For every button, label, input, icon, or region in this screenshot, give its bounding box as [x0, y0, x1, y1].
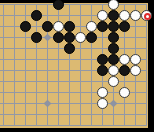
intersection[interactable]: [42, 120, 53, 131]
intersection[interactable]: [141, 43, 152, 54]
intersection[interactable]: [31, 10, 42, 21]
intersection[interactable]: [130, 98, 141, 109]
grid-line-horizontal: [97, 81, 108, 82]
grid-line-horizontal: [64, 81, 75, 82]
intersection[interactable]: [119, 76, 130, 87]
intersection[interactable]: [31, 98, 42, 109]
intersection[interactable]: [75, 32, 86, 43]
goban-grid[interactable]: [0, 0, 152, 131]
intersection[interactable]: [141, 76, 152, 87]
intersection[interactable]: [141, 109, 152, 120]
black-stone: [108, 21, 119, 32]
intersection[interactable]: [130, 109, 141, 120]
intersection[interactable]: [20, 65, 31, 76]
grid-line-horizontal: [31, 70, 42, 71]
intersection[interactable]: [108, 109, 119, 120]
black-stone: [31, 32, 42, 43]
grid-line-horizontal: [130, 103, 141, 104]
grid-line-horizontal: [0, 92, 9, 93]
grid-line-horizontal: [42, 70, 53, 71]
intersection[interactable]: [86, 87, 97, 98]
intersection[interactable]: [119, 120, 130, 131]
intersection[interactable]: [42, 43, 53, 54]
intersection[interactable]: [64, 65, 75, 76]
intersection[interactable]: [0, 10, 9, 21]
intersection[interactable]: [108, 120, 119, 131]
grid-line-horizontal: [141, 125, 147, 126]
grid-line-horizontal: [75, 125, 86, 126]
grid-line-horizontal: [119, 37, 130, 38]
grid-line-horizontal: [75, 15, 86, 16]
grid-line-horizontal: [119, 48, 130, 49]
grid-line-horizontal: [20, 4, 31, 5]
grid-line-horizontal: [53, 81, 64, 82]
star-point: [43, 33, 51, 41]
intersection[interactable]: [0, 87, 9, 98]
intersection[interactable]: [75, 10, 86, 21]
grid-line-horizontal: [53, 70, 64, 71]
white-stone: [97, 10, 108, 21]
intersection[interactable]: [97, 10, 108, 21]
intersection[interactable]: [31, 54, 42, 65]
intersection[interactable]: [20, 10, 31, 21]
intersection[interactable]: [141, 32, 152, 43]
grid-line-horizontal: [42, 92, 53, 93]
grid-line-horizontal: [9, 15, 20, 16]
grid-line-horizontal: [31, 4, 42, 5]
intersection[interactable]: [141, 65, 152, 76]
intersection[interactable]: [9, 87, 20, 98]
intersection[interactable]: [86, 109, 97, 120]
grid-line-horizontal: [97, 37, 108, 38]
black-stone: [53, 32, 64, 43]
grid-line-horizontal: [0, 4, 9, 5]
intersection[interactable]: [0, 43, 9, 54]
intersection[interactable]: [108, 32, 119, 43]
grid-line-horizontal: [86, 4, 97, 5]
intersection[interactable]: [86, 0, 97, 10]
intersection[interactable]: [20, 0, 31, 10]
intersection[interactable]: [53, 21, 64, 32]
intersection[interactable]: [9, 98, 20, 109]
intersection[interactable]: [0, 21, 9, 32]
grid-line-horizontal: [42, 15, 53, 16]
white-stone: [97, 98, 108, 109]
intersection[interactable]: [42, 109, 53, 120]
intersection[interactable]: [141, 87, 152, 98]
grid-line-horizontal: [130, 4, 141, 5]
intersection[interactable]: [130, 0, 141, 10]
star-point: [109, 99, 117, 107]
intersection[interactable]: [97, 0, 108, 10]
white-stone: [119, 54, 130, 65]
intersection[interactable]: [20, 43, 31, 54]
grid-line-horizontal: [108, 92, 119, 93]
intersection[interactable]: [97, 109, 108, 120]
grid-line-horizontal: [141, 4, 147, 5]
grid-line-horizontal: [0, 37, 9, 38]
grid-line-horizontal: [42, 114, 53, 115]
grid-line-horizontal: [130, 125, 141, 126]
intersection[interactable]: [53, 65, 64, 76]
black-stone: [108, 32, 119, 43]
grid-line-horizontal: [20, 15, 31, 16]
intersection[interactable]: [20, 54, 31, 65]
grid-line-horizontal: [42, 48, 53, 49]
intersection[interactable]: [119, 43, 130, 54]
grid-line-horizontal: [141, 48, 147, 49]
white-stone: [86, 21, 97, 32]
intersection[interactable]: [75, 109, 86, 120]
intersection[interactable]: [31, 76, 42, 87]
intersection[interactable]: [108, 54, 119, 65]
intersection[interactable]: [42, 0, 53, 10]
intersection[interactable]: [64, 0, 75, 10]
white-stone: [130, 65, 141, 76]
black-stone: [97, 65, 108, 76]
grid-line-horizontal: [9, 4, 20, 5]
intersection[interactable]: [119, 10, 130, 21]
intersection[interactable]: [97, 43, 108, 54]
grid-line-horizontal: [9, 70, 20, 71]
intersection[interactable]: [130, 65, 141, 76]
grid-line-horizontal: [130, 92, 141, 93]
intersection[interactable]: [53, 109, 64, 120]
grid-line-horizontal: [20, 37, 31, 38]
intersection[interactable]: [64, 87, 75, 98]
intersection[interactable]: [130, 87, 141, 98]
white-stone: [75, 32, 86, 43]
intersection[interactable]: [20, 98, 31, 109]
black-stone: [97, 21, 108, 32]
grid-line-horizontal: [75, 70, 86, 71]
intersection[interactable]: [86, 65, 97, 76]
intersection[interactable]: [108, 76, 119, 87]
grid-line-horizontal: [53, 59, 64, 60]
intersection[interactable]: [0, 109, 9, 120]
intersection[interactable]: [119, 87, 130, 98]
grid-line-horizontal: [119, 81, 130, 82]
grid-line-horizontal: [75, 114, 86, 115]
intersection[interactable]: [64, 98, 75, 109]
black-stone: [108, 43, 119, 54]
grid-line-horizontal: [53, 48, 64, 49]
intersection[interactable]: [86, 43, 97, 54]
intersection[interactable]: [53, 98, 64, 109]
intersection[interactable]: [42, 32, 53, 43]
white-stone: [97, 87, 108, 98]
intersection[interactable]: [86, 21, 97, 32]
grid-line-horizontal: [53, 15, 64, 16]
intersection[interactable]: [42, 87, 53, 98]
white-stone: [108, 0, 119, 10]
intersection[interactable]: [64, 21, 75, 32]
grid-line-horizontal: [0, 15, 9, 16]
grid-line-horizontal: [130, 48, 141, 49]
intersection[interactable]: [119, 0, 130, 10]
grid-line-horizontal: [64, 125, 75, 126]
grid-line-horizontal: [130, 114, 141, 115]
intersection[interactable]: [9, 109, 20, 120]
grid-line-horizontal: [64, 92, 75, 93]
grid-line-horizontal: [9, 114, 20, 115]
intersection[interactable]: [130, 32, 141, 43]
intersection[interactable]: [141, 0, 152, 10]
grid-line-horizontal: [86, 103, 97, 104]
intersection[interactable]: [53, 120, 64, 131]
black-stone: [97, 54, 108, 65]
grid-line-horizontal: [53, 103, 64, 104]
intersection[interactable]: [108, 98, 119, 109]
intersection[interactable]: [75, 21, 86, 32]
intersection[interactable]: [20, 87, 31, 98]
grid-line-horizontal: [9, 59, 20, 60]
intersection[interactable]: [108, 65, 119, 76]
grid-line-horizontal: [130, 37, 141, 38]
intersection[interactable]: [64, 10, 75, 21]
grid-line-horizontal: [141, 81, 147, 82]
intersection[interactable]: [42, 76, 53, 87]
intersection[interactable]: [108, 10, 119, 21]
grid-line-horizontal: [9, 48, 20, 49]
grid-line-horizontal: [53, 92, 64, 93]
intersection[interactable]: [0, 54, 9, 65]
grid-line-horizontal: [97, 48, 108, 49]
grid-line-horizontal: [9, 92, 20, 93]
grid-line-horizontal: [20, 125, 31, 126]
intersection[interactable]: [64, 120, 75, 131]
intersection[interactable]: [42, 10, 53, 21]
intersection[interactable]: [9, 10, 20, 21]
intersection[interactable]: [141, 10, 152, 21]
intersection[interactable]: [86, 32, 97, 43]
grid-line-horizontal: [0, 114, 9, 115]
last-move-marker-icon: [144, 13, 151, 20]
intersection[interactable]: [75, 87, 86, 98]
grid-line-horizontal: [0, 48, 9, 49]
grid-line-horizontal: [9, 26, 20, 27]
intersection[interactable]: [108, 0, 119, 10]
intersection[interactable]: [31, 109, 42, 120]
intersection[interactable]: [0, 76, 9, 87]
grid-line-horizontal: [20, 81, 31, 82]
intersection[interactable]: [108, 21, 119, 32]
intersection[interactable]: [42, 65, 53, 76]
grid-line-horizontal: [42, 125, 53, 126]
black-stone: [53, 0, 64, 10]
intersection[interactable]: [20, 109, 31, 120]
grid-line-horizontal: [31, 125, 42, 126]
intersection[interactable]: [64, 54, 75, 65]
intersection[interactable]: [141, 54, 152, 65]
intersection[interactable]: [141, 21, 152, 32]
black-stone: [31, 10, 42, 21]
grid-line-horizontal: [119, 4, 130, 5]
intersection[interactable]: [20, 120, 31, 131]
grid-line-horizontal: [53, 114, 64, 115]
intersection[interactable]: [9, 54, 20, 65]
intersection[interactable]: [119, 21, 130, 32]
intersection[interactable]: [119, 65, 130, 76]
intersection[interactable]: [0, 98, 9, 109]
intersection[interactable]: [130, 10, 141, 21]
grid-line-horizontal: [31, 114, 42, 115]
intersection[interactable]: [42, 98, 53, 109]
grid-line-horizontal: [20, 114, 31, 115]
grid-line-horizontal: [119, 103, 130, 104]
go-board-screenshot: [0, 0, 154, 132]
intersection[interactable]: [130, 76, 141, 87]
grid-line-horizontal: [86, 81, 97, 82]
intersection[interactable]: [0, 32, 9, 43]
grid-line-horizontal: [0, 59, 9, 60]
grid-line-horizontal: [141, 59, 147, 60]
intersection[interactable]: [130, 43, 141, 54]
intersection[interactable]: [130, 54, 141, 65]
intersection[interactable]: [31, 0, 42, 10]
intersection[interactable]: [97, 98, 108, 109]
intersection[interactable]: [20, 32, 31, 43]
intersection[interactable]: [9, 120, 20, 131]
intersection[interactable]: [119, 98, 130, 109]
grid-line-horizontal: [86, 70, 97, 71]
grid-line-horizontal: [31, 81, 42, 82]
intersection[interactable]: [64, 32, 75, 43]
grid-line-horizontal: [42, 81, 53, 82]
grid-line-horizontal: [75, 103, 86, 104]
intersection[interactable]: [130, 21, 141, 32]
grid-line-horizontal: [0, 103, 9, 104]
intersection[interactable]: [9, 0, 20, 10]
intersection[interactable]: [141, 98, 152, 109]
grid-line-horizontal: [86, 48, 97, 49]
intersection[interactable]: [75, 43, 86, 54]
intersection[interactable]: [64, 76, 75, 87]
white-stone: [130, 10, 141, 21]
intersection[interactable]: [53, 0, 64, 10]
intersection[interactable]: [31, 32, 42, 43]
grid-line-horizontal: [86, 59, 97, 60]
intersection[interactable]: [75, 0, 86, 10]
grid-line-horizontal: [53, 125, 64, 126]
intersection[interactable]: [9, 32, 20, 43]
intersection[interactable]: [42, 21, 53, 32]
grid-line-horizontal: [86, 125, 97, 126]
intersection[interactable]: [64, 109, 75, 120]
grid-line-horizontal: [20, 70, 31, 71]
intersection[interactable]: [108, 87, 119, 98]
grid-line-horizontal: [31, 103, 42, 104]
intersection[interactable]: [86, 54, 97, 65]
intersection[interactable]: [97, 21, 108, 32]
grid-line-horizontal: [75, 4, 86, 5]
intersection[interactable]: [86, 10, 97, 21]
intersection[interactable]: [86, 120, 97, 131]
grid-line-horizontal: [20, 103, 31, 104]
intersection[interactable]: [31, 65, 42, 76]
grid-line-horizontal: [108, 114, 119, 115]
intersection[interactable]: [9, 76, 20, 87]
intersection[interactable]: [97, 76, 108, 87]
grid-line-horizontal: [141, 37, 147, 38]
intersection[interactable]: [9, 65, 20, 76]
grid-line-horizontal: [20, 59, 31, 60]
intersection[interactable]: [53, 87, 64, 98]
intersection[interactable]: [42, 54, 53, 65]
intersection[interactable]: [53, 32, 64, 43]
intersection[interactable]: [97, 120, 108, 131]
intersection[interactable]: [20, 76, 31, 87]
intersection[interactable]: [31, 43, 42, 54]
intersection[interactable]: [20, 21, 31, 32]
black-stone: [119, 65, 130, 76]
grid-line-horizontal: [20, 48, 31, 49]
grid-line-horizontal: [0, 70, 9, 71]
black-stone: [42, 21, 53, 32]
intersection[interactable]: [53, 10, 64, 21]
intersection[interactable]: [64, 43, 75, 54]
grid-line-horizontal: [141, 26, 147, 27]
intersection[interactable]: [9, 43, 20, 54]
white-stone: [53, 21, 64, 32]
intersection[interactable]: [31, 120, 42, 131]
grid-line-horizontal: [64, 59, 75, 60]
intersection[interactable]: [130, 120, 141, 131]
intersection[interactable]: [53, 43, 64, 54]
intersection[interactable]: [97, 65, 108, 76]
intersection[interactable]: [75, 120, 86, 131]
white-stone: [130, 54, 141, 65]
grid-line-horizontal: [64, 114, 75, 115]
intersection[interactable]: [75, 98, 86, 109]
black-stone: [64, 32, 75, 43]
black-stone: [64, 21, 75, 32]
grid-line-horizontal: [86, 92, 97, 93]
grid-line-horizontal: [31, 48, 42, 49]
intersection[interactable]: [0, 0, 9, 10]
intersection[interactable]: [86, 98, 97, 109]
grid-line-horizontal: [75, 26, 86, 27]
black-stone: [108, 54, 119, 65]
intersection[interactable]: [0, 120, 9, 131]
grid-line-horizontal: [0, 26, 9, 27]
intersection[interactable]: [75, 76, 86, 87]
grid-line-horizontal: [97, 125, 108, 126]
grid-line-horizontal: [75, 81, 86, 82]
intersection[interactable]: [75, 54, 86, 65]
intersection[interactable]: [53, 76, 64, 87]
intersection[interactable]: [119, 109, 130, 120]
intersection[interactable]: [9, 21, 20, 32]
intersection[interactable]: [0, 65, 9, 76]
intersection[interactable]: [31, 87, 42, 98]
intersection[interactable]: [53, 54, 64, 65]
intersection[interactable]: [119, 54, 130, 65]
intersection[interactable]: [97, 54, 108, 65]
intersection[interactable]: [108, 43, 119, 54]
grid-line-horizontal: [31, 92, 42, 93]
intersection[interactable]: [97, 32, 108, 43]
intersection[interactable]: [97, 87, 108, 98]
intersection[interactable]: [31, 21, 42, 32]
intersection[interactable]: [86, 76, 97, 87]
grid-line-horizontal: [97, 114, 108, 115]
intersection[interactable]: [119, 32, 130, 43]
grid-line-horizontal: [86, 15, 97, 16]
intersection[interactable]: [75, 65, 86, 76]
black-stone: [20, 21, 31, 32]
intersection[interactable]: [141, 120, 152, 131]
